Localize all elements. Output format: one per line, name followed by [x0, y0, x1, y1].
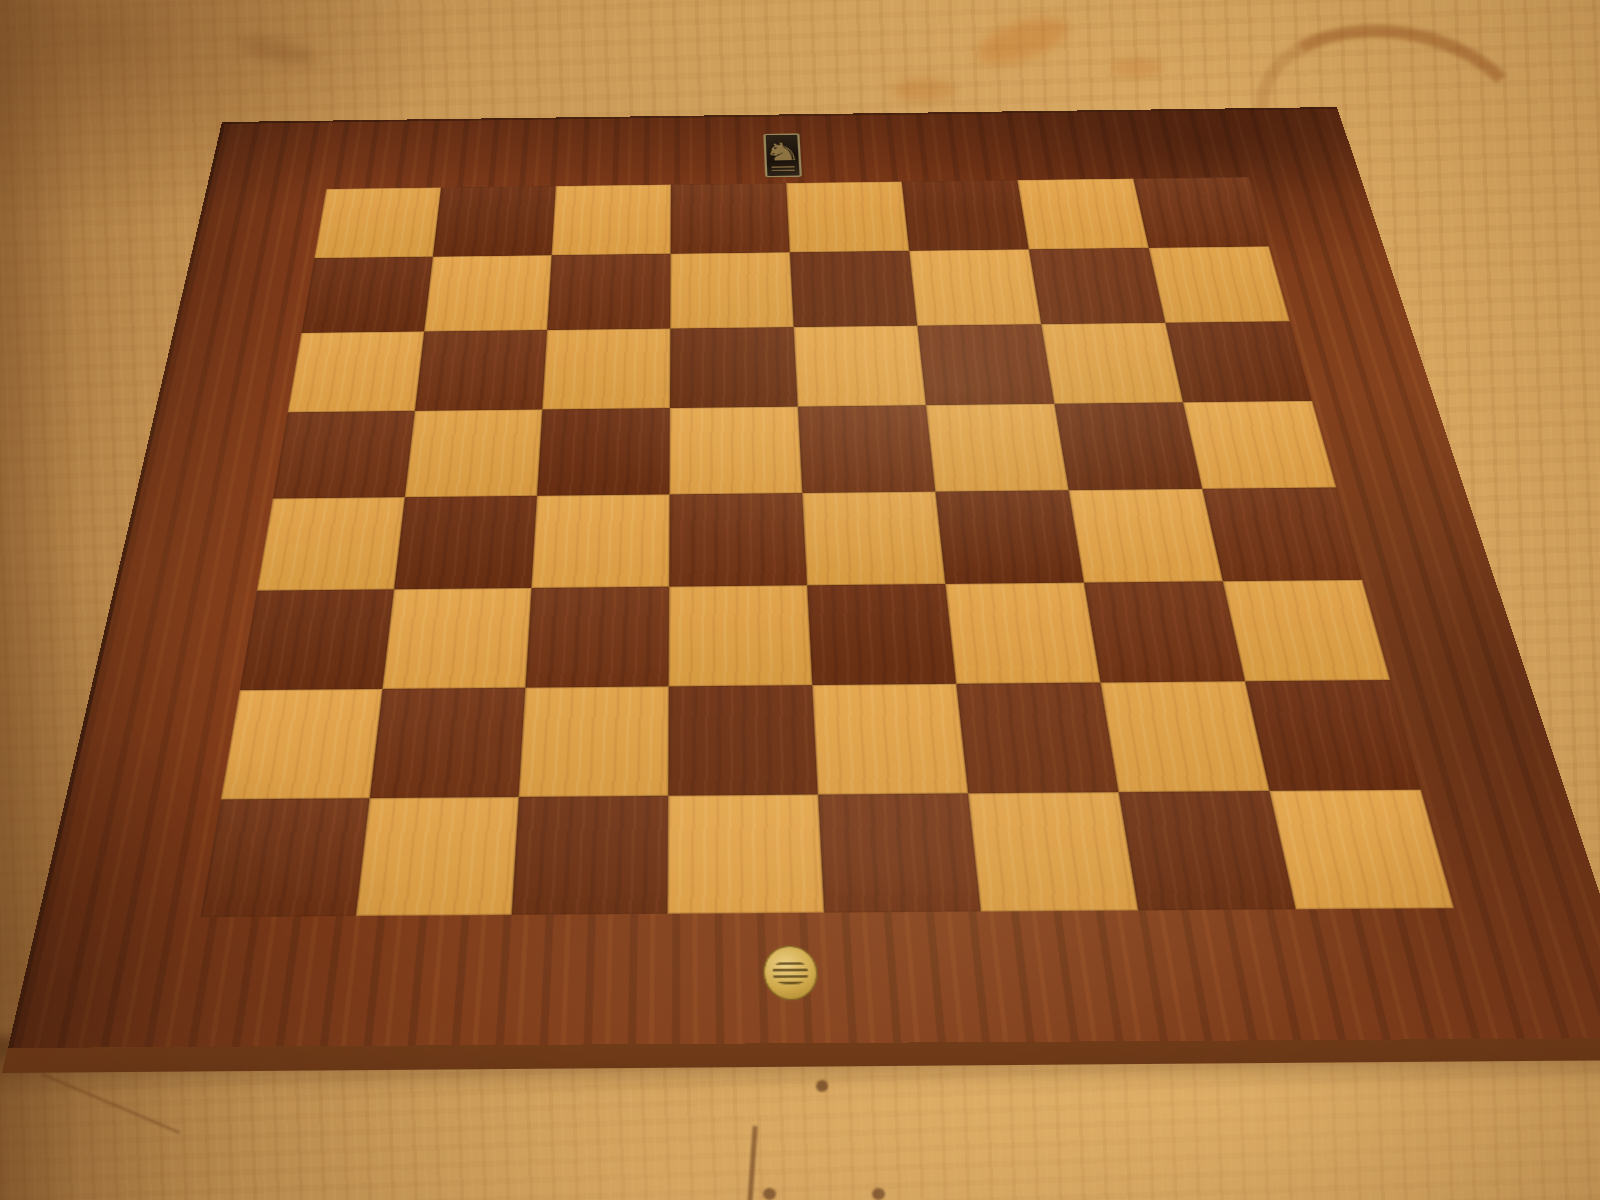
square-c3 — [525, 587, 669, 688]
square-g8 — [1017, 179, 1148, 250]
square-b2 — [370, 688, 526, 798]
square-a5 — [273, 411, 415, 498]
square-b5 — [405, 410, 542, 497]
square-g4 — [1069, 488, 1223, 582]
square-g3 — [1084, 581, 1245, 683]
square-a4 — [257, 497, 405, 591]
square-e8 — [786, 182, 909, 253]
square-h4 — [1202, 487, 1362, 581]
chess-board: ♞ — [8, 107, 1600, 1048]
square-d6 — [670, 327, 798, 408]
square-f6 — [917, 324, 1054, 405]
square-a6 — [288, 331, 424, 412]
square-f4 — [935, 490, 1084, 584]
square-e3 — [807, 584, 956, 686]
square-f5 — [926, 404, 1069, 491]
square-f7 — [909, 250, 1041, 326]
badge-text — [772, 166, 795, 171]
square-e1 — [818, 793, 981, 913]
square-h5 — [1183, 401, 1336, 488]
square-c7 — [547, 254, 670, 330]
knight-icon: ♞ — [762, 139, 802, 164]
square-h6 — [1165, 321, 1312, 402]
square-a7 — [302, 257, 433, 333]
square-b6 — [415, 330, 547, 411]
square-h8 — [1133, 177, 1269, 248]
square-g7 — [1029, 248, 1165, 324]
square-e7 — [790, 251, 918, 327]
square-d1 — [668, 794, 824, 914]
square-c8 — [552, 185, 671, 256]
square-d5 — [670, 407, 803, 494]
square-d8 — [671, 183, 790, 254]
maker-badge-knight: ♞ — [763, 133, 802, 177]
square-d2 — [668, 685, 818, 795]
board-grid — [201, 177, 1454, 917]
square-a2 — [221, 689, 382, 799]
square-c2 — [519, 687, 669, 797]
photo-scene: ♞ — [0, 0, 1600, 1200]
square-c4 — [531, 494, 669, 588]
square-h7 — [1149, 247, 1290, 323]
square-f8 — [902, 180, 1029, 251]
square-d4 — [669, 493, 807, 587]
square-d7 — [670, 253, 793, 329]
square-f1 — [968, 792, 1138, 912]
square-f2 — [956, 683, 1118, 793]
square-e4 — [802, 491, 945, 585]
square-h2 — [1245, 680, 1420, 790]
square-g2 — [1101, 682, 1270, 792]
square-e2 — [812, 684, 968, 794]
square-e5 — [798, 405, 935, 492]
sticker-text — [772, 961, 808, 985]
square-a1 — [201, 798, 370, 917]
square-b4 — [394, 495, 537, 589]
square-g6 — [1041, 323, 1183, 404]
square-b7 — [424, 255, 551, 331]
square-c1 — [512, 795, 669, 914]
square-e6 — [794, 325, 926, 406]
square-g5 — [1054, 402, 1202, 489]
square-a8 — [314, 188, 441, 259]
square-h3 — [1223, 580, 1390, 682]
square-d3 — [669, 585, 813, 686]
square-a3 — [240, 589, 394, 690]
square-b8 — [433, 186, 556, 257]
square-b1 — [356, 797, 519, 916]
square-b3 — [382, 588, 531, 689]
square-c5 — [537, 408, 670, 495]
square-g1 — [1119, 790, 1296, 910]
square-c6 — [542, 328, 670, 409]
square-f3 — [945, 582, 1100, 684]
